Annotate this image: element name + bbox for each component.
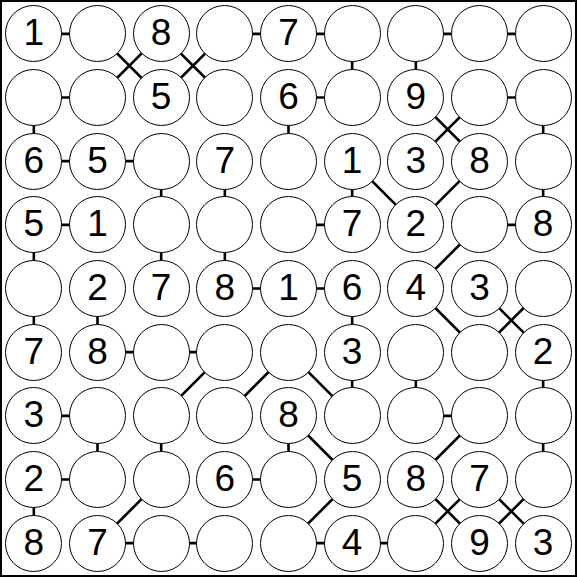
- cell-r5c2[interactable]: 2: [66, 257, 130, 321]
- cell-r9c3[interactable]: [129, 511, 193, 575]
- cell-r3c2[interactable]: 5: [66, 129, 130, 193]
- empty-circle: [133, 451, 190, 508]
- empty-circle: [387, 324, 444, 381]
- given-circle: 7: [5, 324, 62, 381]
- given-circle: 6: [5, 133, 62, 190]
- empty-circle: [133, 196, 190, 253]
- empty-circle: [196, 69, 253, 126]
- empty-circle: [515, 69, 572, 126]
- given-circle: 9: [451, 515, 508, 572]
- empty-circle: [69, 451, 126, 508]
- cell-value: 6: [24, 142, 45, 179]
- cell-value: 8: [406, 460, 427, 497]
- cell-r5c6[interactable]: 6: [320, 257, 384, 321]
- cell-r4c1[interactable]: 5: [2, 193, 66, 257]
- cell-r1c1[interactable]: 1: [2, 2, 66, 66]
- given-circle: 7: [324, 196, 381, 253]
- cell-r7c2[interactable]: [66, 384, 130, 448]
- empty-circle: [324, 387, 381, 444]
- given-circle: 7: [69, 515, 126, 572]
- cell-value: 2: [87, 269, 108, 306]
- cell-r4c6[interactable]: 7: [320, 193, 384, 257]
- cell-r7c1[interactable]: 3: [2, 384, 66, 448]
- cell-value: 1: [87, 205, 108, 242]
- given-circle: 8: [260, 387, 317, 444]
- cell-r2c8[interactable]: [448, 66, 512, 130]
- cell-value: 7: [278, 14, 299, 51]
- cell-r6c3[interactable]: [129, 320, 193, 384]
- given-circle: 8: [5, 515, 62, 572]
- cell-r7c5[interactable]: 8: [257, 384, 321, 448]
- given-circle: 3: [515, 515, 572, 572]
- cell-r6c8[interactable]: [448, 320, 512, 384]
- cell-r4c3[interactable]: [129, 193, 193, 257]
- empty-circle: [69, 69, 126, 126]
- cell-value: 8: [87, 333, 108, 370]
- cell-r1c4[interactable]: [193, 2, 257, 66]
- cell-value: 8: [151, 14, 172, 51]
- given-circle: 5: [324, 451, 381, 508]
- cell-value: 1: [24, 14, 45, 51]
- puzzle-grid: 1875696571385172827816437832382658787493: [2, 2, 575, 575]
- cell-r5c1[interactable]: [2, 257, 66, 321]
- cell-value: 3: [469, 269, 490, 306]
- cell-r2c5[interactable]: 6: [257, 66, 321, 130]
- cell-value: 5: [24, 205, 45, 242]
- cell-r9c7[interactable]: [384, 511, 448, 575]
- cell-r8c1[interactable]: 2: [2, 448, 66, 512]
- cell-r6c9[interactable]: 2: [511, 320, 575, 384]
- empty-circle: [515, 133, 572, 190]
- cell-r4c2[interactable]: 1: [66, 193, 130, 257]
- cell-r3c6[interactable]: 1: [320, 129, 384, 193]
- cell-r6c5[interactable]: [257, 320, 321, 384]
- cell-r5c4[interactable]: 8: [193, 257, 257, 321]
- cell-r2c6[interactable]: [320, 66, 384, 130]
- cell-value: 6: [278, 78, 299, 115]
- empty-circle: [387, 5, 444, 62]
- empty-circle: [260, 324, 317, 381]
- given-circle: 6: [260, 69, 317, 126]
- empty-circle: [260, 515, 317, 572]
- given-circle: 3: [451, 260, 508, 317]
- given-circle: 2: [387, 196, 444, 253]
- given-circle: 2: [515, 324, 572, 381]
- given-circle: 3: [5, 387, 62, 444]
- empty-circle: [196, 196, 253, 253]
- cell-r9c2[interactable]: 7: [66, 511, 130, 575]
- given-circle: 7: [451, 451, 508, 508]
- given-circle: 7: [260, 5, 317, 62]
- cell-value: 1: [278, 269, 299, 306]
- cell-value: 2: [406, 205, 427, 242]
- cell-r8c3[interactable]: [129, 448, 193, 512]
- cell-value: 6: [215, 460, 236, 497]
- cell-value: 5: [87, 142, 108, 179]
- cell-value: 8: [278, 396, 299, 433]
- cell-r1c3[interactable]: 8: [129, 2, 193, 66]
- empty-circle: [260, 133, 317, 190]
- cell-r6c6[interactable]: 3: [320, 320, 384, 384]
- given-circle: 1: [69, 196, 126, 253]
- cell-value: 3: [342, 333, 363, 370]
- cell-r8c6[interactable]: 5: [320, 448, 384, 512]
- cell-r2c7[interactable]: 9: [384, 66, 448, 130]
- given-circle: 5: [69, 133, 126, 190]
- cell-value: 3: [406, 142, 427, 179]
- cell-r9c4[interactable]: [193, 511, 257, 575]
- empty-circle: [451, 5, 508, 62]
- cell-r8c4[interactable]: 6: [193, 448, 257, 512]
- given-circle: 1: [260, 260, 317, 317]
- cell-value: 5: [151, 78, 172, 115]
- empty-circle: [515, 451, 572, 508]
- empty-circle: [451, 196, 508, 253]
- given-circle: 7: [196, 133, 253, 190]
- empty-circle: [133, 133, 190, 190]
- cell-value: 4: [342, 524, 363, 561]
- cell-value: 7: [87, 524, 108, 561]
- cell-r4c5[interactable]: [257, 193, 321, 257]
- cell-r4c4[interactable]: [193, 193, 257, 257]
- cell-r8c5[interactable]: [257, 448, 321, 512]
- empty-circle: [515, 5, 572, 62]
- cell-value: 9: [406, 78, 427, 115]
- cell-value: 2: [533, 333, 554, 370]
- cell-r7c4[interactable]: [193, 384, 257, 448]
- empty-circle: [133, 387, 190, 444]
- cell-r7c7[interactable]: [384, 384, 448, 448]
- given-circle: 5: [133, 69, 190, 126]
- empty-circle: [196, 515, 253, 572]
- chain-sudoku-board: 1875696571385172827816437832382658787493: [0, 0, 577, 577]
- cell-r3c7[interactable]: 3: [384, 129, 448, 193]
- given-circle: 1: [324, 133, 381, 190]
- cell-r4c7[interactable]: 2: [384, 193, 448, 257]
- empty-circle: [69, 387, 126, 444]
- cell-r3c1[interactable]: 6: [2, 129, 66, 193]
- given-circle: 4: [387, 260, 444, 317]
- cell-value: 2: [24, 460, 45, 497]
- empty-circle: [451, 324, 508, 381]
- cell-r4c8[interactable]: [448, 193, 512, 257]
- cell-r3c5[interactable]: [257, 129, 321, 193]
- cell-r7c9[interactable]: [511, 384, 575, 448]
- cell-value: 9: [469, 524, 490, 561]
- cell-r7c3[interactable]: [129, 384, 193, 448]
- empty-circle: [451, 387, 508, 444]
- given-circle: 9: [387, 69, 444, 126]
- cell-r2c1[interactable]: [2, 66, 66, 130]
- cell-r8c7[interactable]: 8: [384, 448, 448, 512]
- cell-r1c9[interactable]: [511, 2, 575, 66]
- given-circle: 2: [5, 451, 62, 508]
- cell-r3c8[interactable]: 8: [448, 129, 512, 193]
- given-circle: 6: [196, 451, 253, 508]
- cell-r2c9[interactable]: [511, 66, 575, 130]
- cell-r8c8[interactable]: 7: [448, 448, 512, 512]
- given-circle: 1: [5, 5, 62, 62]
- empty-circle: [324, 69, 381, 126]
- cell-value: 7: [24, 333, 45, 370]
- empty-circle: [5, 260, 62, 317]
- cell-r2c4[interactable]: [193, 66, 257, 130]
- cell-value: 7: [342, 205, 363, 242]
- cell-value: 8: [533, 205, 554, 242]
- given-circle: 8: [196, 260, 253, 317]
- given-circle: 5: [5, 196, 62, 253]
- cell-value: 3: [24, 396, 45, 433]
- given-circle: 4: [324, 515, 381, 572]
- cell-value: 7: [215, 142, 236, 179]
- empty-circle: [260, 451, 317, 508]
- empty-circle: [260, 196, 317, 253]
- cell-r4c9[interactable]: 8: [511, 193, 575, 257]
- empty-circle: [387, 387, 444, 444]
- cell-r6c2[interactable]: 8: [66, 320, 130, 384]
- cell-r1c5[interactable]: 7: [257, 2, 321, 66]
- cell-value: 1: [342, 142, 363, 179]
- empty-circle: [324, 5, 381, 62]
- cell-r8c9[interactable]: [511, 448, 575, 512]
- empty-circle: [196, 5, 253, 62]
- empty-circle: [515, 387, 572, 444]
- cell-r1c2[interactable]: [66, 2, 130, 66]
- empty-circle: [196, 324, 253, 381]
- cell-value: 4: [406, 269, 427, 306]
- given-circle: 7: [133, 260, 190, 317]
- given-circle: 8: [515, 196, 572, 253]
- given-circle: 3: [324, 324, 381, 381]
- cell-r9c6[interactable]: 4: [320, 511, 384, 575]
- cell-r5c3[interactable]: 7: [129, 257, 193, 321]
- empty-circle: [387, 515, 444, 572]
- cell-r8c2[interactable]: [66, 448, 130, 512]
- cell-value: 8: [24, 524, 45, 561]
- empty-circle: [133, 324, 190, 381]
- cell-value: 3: [533, 524, 554, 561]
- cell-r7c6[interactable]: [320, 384, 384, 448]
- cell-r6c1[interactable]: 7: [2, 320, 66, 384]
- empty-circle: [451, 69, 508, 126]
- cell-value: 7: [151, 269, 172, 306]
- cell-r6c4[interactable]: [193, 320, 257, 384]
- empty-circle: [196, 387, 253, 444]
- cell-r9c5[interactable]: [257, 511, 321, 575]
- cell-r3c9[interactable]: [511, 129, 575, 193]
- cell-r2c3[interactable]: 5: [129, 66, 193, 130]
- given-circle: 3: [387, 133, 444, 190]
- cell-r9c8[interactable]: 9: [448, 511, 512, 575]
- cell-r5c7[interactable]: 4: [384, 257, 448, 321]
- empty-circle: [515, 260, 572, 317]
- given-circle: 8: [133, 5, 190, 62]
- cell-r3c4[interactable]: 7: [193, 129, 257, 193]
- given-circle: 8: [69, 324, 126, 381]
- empty-circle: [133, 515, 190, 572]
- cell-r3c3[interactable]: [129, 129, 193, 193]
- empty-circle: [5, 69, 62, 126]
- cell-r5c9[interactable]: [511, 257, 575, 321]
- given-circle: 8: [451, 133, 508, 190]
- cell-value: 5: [342, 460, 363, 497]
- given-circle: 2: [69, 260, 126, 317]
- cell-value: 7: [469, 460, 490, 497]
- cell-r1c6[interactable]: [320, 2, 384, 66]
- given-circle: 8: [387, 451, 444, 508]
- empty-circle: [69, 5, 126, 62]
- cell-value: 8: [469, 142, 490, 179]
- given-circle: 6: [324, 260, 381, 317]
- cell-value: 8: [215, 269, 236, 306]
- cell-r9c1[interactable]: 8: [2, 511, 66, 575]
- cell-value: 6: [342, 269, 363, 306]
- cell-r7c8[interactable]: [448, 384, 512, 448]
- cell-r5c5[interactable]: 1: [257, 257, 321, 321]
- cell-r2c2[interactable]: [66, 66, 130, 130]
- cell-r1c8[interactable]: [448, 2, 512, 66]
- cell-r1c7[interactable]: [384, 2, 448, 66]
- cell-r6c7[interactable]: [384, 320, 448, 384]
- cell-r9c9[interactable]: 3: [511, 511, 575, 575]
- cell-r5c8[interactable]: 3: [448, 257, 512, 321]
